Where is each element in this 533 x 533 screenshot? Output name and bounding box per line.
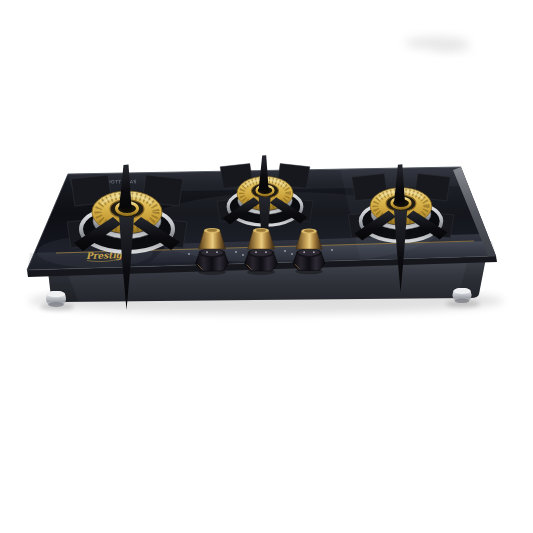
chrome-foot-right [453, 288, 472, 303]
chrome-foot-left [46, 291, 66, 307]
background-smudge [405, 36, 472, 53]
gas-stove-illustration: SCHOTT | SCHOTT GLAS Prestige [0, 0, 533, 533]
product-photo-canvas: SCHOTT | SCHOTT GLAS Prestige [0, 0, 533, 533]
